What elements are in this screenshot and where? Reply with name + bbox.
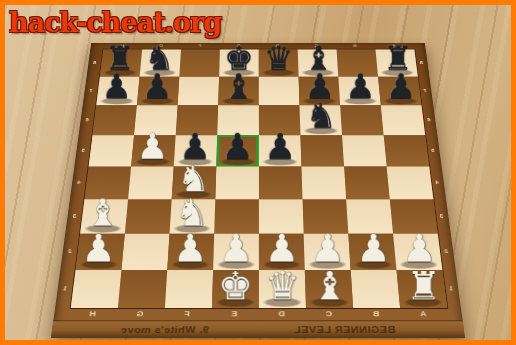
rank-label: 3: [67, 213, 81, 218]
square-f7[interactable]: [178, 77, 220, 106]
level-status-text: BEGINNER LEVEL: [294, 325, 396, 335]
file-label: E: [211, 308, 258, 320]
file-label: B: [352, 308, 400, 320]
rank-label: 2: [439, 248, 454, 253]
square-f5[interactable]: ♟: [174, 135, 218, 166]
square-c5[interactable]: [300, 135, 344, 166]
square-a7[interactable]: ♟: [378, 77, 421, 106]
square-d4[interactable]: [259, 166, 303, 199]
square-b1[interactable]: [351, 270, 400, 308]
square-b7[interactable]: ♟: [338, 77, 380, 106]
board-front-face: 9. White's move BEGINNER LEVEL: [51, 320, 465, 338]
square-e2[interactable]: ♟: [213, 234, 259, 270]
piece-shadow: [135, 158, 170, 166]
square-a4[interactable]: [387, 166, 434, 199]
square-a1[interactable]: ♜: [397, 270, 448, 308]
rank-label: 4: [430, 180, 444, 185]
square-h2[interactable]: ♟: [76, 234, 125, 270]
square-h3[interactable]: ♝: [80, 199, 128, 233]
square-f2[interactable]: ♟: [167, 234, 214, 270]
square-b5[interactable]: [342, 135, 387, 166]
piece-shadow: [84, 224, 121, 232]
square-g5[interactable]: ♟: [131, 135, 176, 166]
square-d2[interactable]: ♟: [259, 234, 305, 270]
piece-shadow: [400, 260, 438, 269]
rank-label: 7: [84, 88, 97, 92]
square-g1[interactable]: [118, 270, 167, 308]
square-g8[interactable]: ♞: [140, 49, 181, 76]
rank-label: 2: [63, 248, 78, 253]
square-d1[interactable]: ♛: [259, 270, 306, 308]
watermark-text: hack-cheat.org: [9, 7, 221, 38]
square-f1[interactable]: [165, 270, 213, 308]
piece-shadow: [100, 97, 134, 104]
square-b4[interactable]: [344, 166, 390, 199]
square-h5[interactable]: [89, 135, 135, 166]
square-a6[interactable]: [381, 105, 425, 135]
file-label: C: [305, 308, 353, 320]
rank-label: 8: [415, 60, 428, 64]
chessboard-scene: HGFEDCBA 87654321 87654321 ♜♞♚♛♝♜♟♟♝♟♟♟♞…: [5, 5, 511, 340]
piece-shadow: [217, 260, 255, 269]
square-f4[interactable]: ♞: [172, 166, 217, 199]
screenshot-root: HGFEDCBA 87654321 87654321 ♜♞♚♛♝♜♟♟♝♟♟♟♞…: [0, 0, 516, 345]
square-h6[interactable]: [92, 105, 136, 135]
square-c3[interactable]: [303, 199, 349, 233]
square-a5[interactable]: [384, 135, 430, 166]
rank-label: 1: [443, 285, 458, 291]
piece-shadow: [176, 190, 212, 198]
square-e7[interactable]: ♝: [218, 77, 259, 106]
square-g7[interactable]: ♟: [137, 77, 179, 106]
piece-shadow: [262, 69, 295, 76]
square-c1[interactable]: ♝: [305, 270, 353, 308]
file-label: D: [258, 308, 305, 320]
piece-shadow: [381, 69, 414, 76]
piece-shadow: [263, 298, 302, 307]
piece-shadow: [222, 97, 255, 104]
rank-label: 6: [422, 117, 435, 121]
piece-shadow: [304, 127, 338, 134]
square-b8[interactable]: [337, 49, 378, 76]
piece-shadow: [178, 158, 213, 166]
square-h8[interactable]: ♜: [100, 49, 142, 76]
square-e6[interactable]: [217, 105, 259, 135]
board-grid: ♜♞♚♛♝♜♟♟♝♟♟♟♞♟♟♟♟♞♝♞♟♟♟♟♟♟♟♚♛♝♜: [70, 49, 449, 309]
square-d7[interactable]: [259, 77, 300, 106]
square-g3[interactable]: [125, 199, 172, 233]
piece-shadow: [384, 97, 418, 104]
piece-shadow: [143, 69, 176, 76]
piece-shadow: [216, 298, 255, 307]
rank-label: 5: [76, 148, 90, 153]
square-b6[interactable]: [340, 105, 384, 135]
file-label: H: [68, 308, 117, 320]
piece-shadow: [141, 97, 175, 104]
square-e8[interactable]: ♚: [219, 49, 259, 76]
square-g4[interactable]: [128, 166, 174, 199]
square-f3[interactable]: ♞: [170, 199, 216, 233]
square-d6[interactable]: [259, 105, 301, 135]
square-a2[interactable]: ♟: [393, 234, 442, 270]
rank-label: 4: [72, 180, 86, 185]
square-e5[interactable]: ♟: [216, 135, 259, 166]
file-label: F: [163, 308, 211, 320]
chessboard-frame: HGFEDCBA 87654321 87654321 ♜♞♚♛♝♜♟♟♝♟♟♟♞…: [51, 43, 465, 338]
square-c2[interactable]: ♟: [304, 234, 351, 270]
piece-shadow: [223, 69, 256, 76]
square-d5[interactable]: ♟: [259, 135, 302, 166]
file-label: A: [399, 308, 448, 320]
square-c4[interactable]: [301, 166, 346, 199]
rank-label: 3: [434, 213, 448, 218]
square-a3[interactable]: [390, 199, 438, 233]
file-labels-bottom: HGFEDCBA: [68, 308, 448, 320]
square-f6[interactable]: [176, 105, 219, 135]
file-label: G: [116, 308, 164, 320]
square-c8[interactable]: ♝: [298, 49, 339, 76]
square-d8[interactable]: ♛: [259, 49, 299, 76]
rank-label: 1: [57, 285, 72, 291]
piece-shadow: [263, 260, 301, 269]
piece-shadow: [343, 97, 377, 104]
piece-shadow: [103, 69, 136, 76]
piece-shadow: [309, 260, 347, 269]
square-f8[interactable]: [179, 49, 220, 76]
piece-shadow: [302, 69, 335, 76]
piece-shadow: [80, 260, 118, 269]
square-h4[interactable]: [84, 166, 131, 199]
piece-shadow: [220, 158, 255, 166]
piece-shadow: [174, 224, 211, 232]
piece-shadow: [303, 97, 337, 104]
rank-label: 5: [426, 148, 440, 153]
square-g6[interactable]: [134, 105, 177, 135]
square-e1[interactable]: ♚: [212, 270, 259, 308]
rank-label: 8: [88, 60, 101, 64]
square-a8[interactable]: ♜: [375, 49, 417, 76]
square-d3[interactable]: [259, 199, 304, 233]
piece-shadow: [263, 158, 298, 166]
square-h1[interactable]: [71, 270, 122, 308]
square-b2[interactable]: ♟: [348, 234, 396, 270]
square-e4[interactable]: [215, 166, 259, 199]
square-b3[interactable]: [346, 199, 393, 233]
piece-shadow: [171, 260, 209, 269]
piece-shadow: [310, 298, 349, 307]
move-status-text: 9. White's move: [120, 325, 209, 335]
piece-shadow: [403, 298, 442, 307]
square-c7[interactable]: ♟: [299, 77, 341, 106]
piece-shadow: [354, 260, 392, 269]
square-e3[interactable]: [214, 199, 259, 233]
square-h7[interactable]: ♟: [96, 77, 139, 106]
square-g2[interactable]: [121, 234, 169, 270]
rank-label: 7: [418, 88, 431, 92]
rank-label: 6: [80, 117, 93, 121]
square-c6[interactable]: ♞: [299, 105, 342, 135]
